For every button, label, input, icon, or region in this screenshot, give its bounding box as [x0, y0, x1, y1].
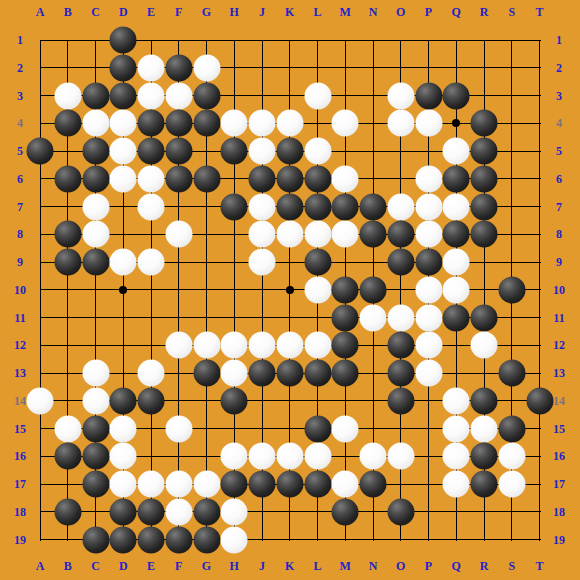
black-stone [471, 165, 498, 192]
row-label-right: 1 [556, 33, 562, 48]
white-stone [221, 332, 248, 359]
black-stone [221, 387, 248, 414]
black-stone [193, 526, 220, 553]
black-stone [138, 110, 165, 137]
white-stone [443, 276, 470, 303]
go-app-window: AABBCCDDEEFFGGHHJJKKLLMMNNOOPPQQRRSSTT11… [0, 0, 580, 580]
row-label-right: 7 [556, 199, 562, 214]
white-stone [304, 138, 331, 165]
row-label-right: 9 [556, 255, 562, 270]
black-stone [138, 526, 165, 553]
black-stone [304, 249, 331, 276]
black-stone [249, 360, 276, 387]
black-stone [110, 387, 137, 414]
white-stone [360, 304, 387, 331]
column-label-bottom: F [175, 559, 182, 574]
row-label-left: 1 [17, 33, 23, 48]
black-stone [498, 276, 525, 303]
black-stone [332, 498, 359, 525]
white-stone [82, 110, 109, 137]
white-stone [443, 443, 470, 470]
white-stone [415, 360, 442, 387]
column-label-top: M [340, 5, 351, 20]
row-label-left: 17 [14, 477, 26, 492]
row-label-right: 8 [556, 227, 562, 242]
black-stone [138, 498, 165, 525]
black-stone [193, 498, 220, 525]
white-stone [276, 332, 303, 359]
black-stone [360, 276, 387, 303]
column-label-top: O [396, 5, 405, 20]
white-stone [82, 360, 109, 387]
white-stone [304, 82, 331, 109]
white-stone [165, 82, 192, 109]
row-label-right: 6 [556, 171, 562, 186]
black-stone [276, 471, 303, 498]
black-stone [249, 165, 276, 192]
column-label-top: P [425, 5, 432, 20]
black-stone [82, 471, 109, 498]
black-stone [471, 221, 498, 248]
column-label-top: L [313, 5, 321, 20]
white-stone [221, 498, 248, 525]
black-stone [110, 54, 137, 81]
black-stone [82, 415, 109, 442]
white-stone [138, 82, 165, 109]
black-stone [471, 387, 498, 414]
row-label-right: 14 [553, 393, 565, 408]
white-stone [415, 276, 442, 303]
row-label-right: 16 [553, 449, 565, 464]
row-label-left: 9 [17, 255, 23, 270]
black-stone [387, 498, 414, 525]
white-stone [138, 193, 165, 220]
black-stone [193, 110, 220, 137]
column-label-bottom: S [508, 559, 515, 574]
black-stone [498, 415, 525, 442]
hoshi-point [119, 286, 127, 294]
column-label-bottom: Q [452, 559, 461, 574]
white-stone [110, 415, 137, 442]
black-stone [165, 110, 192, 137]
black-stone [276, 193, 303, 220]
column-label-bottom: J [259, 559, 265, 574]
black-stone [443, 221, 470, 248]
white-stone [276, 221, 303, 248]
black-stone [471, 138, 498, 165]
black-stone [360, 193, 387, 220]
column-label-top: Q [452, 5, 461, 20]
row-label-left: 16 [14, 449, 26, 464]
column-label-bottom: E [147, 559, 155, 574]
grid-line-vertical [539, 40, 540, 541]
black-stone [82, 82, 109, 109]
black-stone [138, 138, 165, 165]
black-stone [360, 471, 387, 498]
black-stone [304, 360, 331, 387]
black-stone [82, 249, 109, 276]
row-label-right: 3 [556, 88, 562, 103]
white-stone [471, 332, 498, 359]
white-stone [415, 193, 442, 220]
white-stone [332, 471, 359, 498]
white-stone [110, 443, 137, 470]
row-label-left: 15 [14, 421, 26, 436]
column-label-top: T [535, 5, 543, 20]
white-stone [304, 332, 331, 359]
white-stone [443, 387, 470, 414]
white-stone [249, 138, 276, 165]
black-stone [304, 165, 331, 192]
white-stone [387, 82, 414, 109]
black-stone [221, 193, 248, 220]
row-label-left: 7 [17, 199, 23, 214]
white-stone [138, 165, 165, 192]
row-label-left: 2 [17, 60, 23, 75]
black-stone [54, 165, 81, 192]
white-stone [54, 82, 81, 109]
black-stone [304, 471, 331, 498]
column-label-top: N [369, 5, 378, 20]
black-stone [304, 193, 331, 220]
column-label-top: D [119, 5, 128, 20]
black-stone [110, 82, 137, 109]
column-label-bottom: P [425, 559, 432, 574]
black-stone [526, 387, 553, 414]
white-stone [443, 471, 470, 498]
black-stone [276, 138, 303, 165]
black-stone [221, 138, 248, 165]
black-stone [221, 471, 248, 498]
black-stone [498, 360, 525, 387]
white-stone [193, 471, 220, 498]
row-label-left: 12 [14, 338, 26, 353]
column-label-top: R [480, 5, 489, 20]
white-stone [110, 138, 137, 165]
white-stone [360, 443, 387, 470]
white-stone [332, 165, 359, 192]
column-label-top: A [36, 5, 45, 20]
black-stone [332, 360, 359, 387]
black-stone [387, 360, 414, 387]
white-stone [249, 110, 276, 137]
black-stone [193, 360, 220, 387]
white-stone [415, 165, 442, 192]
white-stone [387, 110, 414, 137]
black-stone [471, 443, 498, 470]
row-label-right: 10 [553, 282, 565, 297]
white-stone [138, 249, 165, 276]
go-board[interactable]: AABBCCDDEEFFGGHHJJKKLLMMNNOOPPQQRRSSTT11… [0, 0, 580, 580]
column-label-bottom: T [535, 559, 543, 574]
white-stone [304, 221, 331, 248]
black-stone [276, 360, 303, 387]
black-stone [415, 82, 442, 109]
black-stone [387, 332, 414, 359]
column-label-top: C [91, 5, 100, 20]
white-stone [249, 221, 276, 248]
black-stone [110, 498, 137, 525]
white-stone [82, 221, 109, 248]
column-label-bottom: A [36, 559, 45, 574]
row-label-left: 8 [17, 227, 23, 242]
row-label-left: 14 [14, 393, 26, 408]
white-stone [443, 138, 470, 165]
column-label-top: G [202, 5, 211, 20]
white-stone [110, 249, 137, 276]
white-stone [221, 443, 248, 470]
black-stone [332, 193, 359, 220]
column-label-bottom: D [119, 559, 128, 574]
column-label-bottom: L [313, 559, 321, 574]
white-stone [138, 360, 165, 387]
column-label-bottom: G [202, 559, 211, 574]
white-stone [165, 332, 192, 359]
white-stone [82, 193, 109, 220]
black-stone [54, 498, 81, 525]
white-stone [82, 387, 109, 414]
white-stone [332, 221, 359, 248]
black-stone [54, 249, 81, 276]
hoshi-point [452, 119, 460, 127]
black-stone [165, 138, 192, 165]
black-stone [110, 27, 137, 54]
column-label-bottom: N [369, 559, 378, 574]
white-stone [165, 471, 192, 498]
row-label-right: 18 [553, 504, 565, 519]
column-label-bottom: B [64, 559, 72, 574]
black-stone [471, 471, 498, 498]
white-stone [415, 304, 442, 331]
row-label-right: 13 [553, 366, 565, 381]
black-stone [332, 332, 359, 359]
white-stone [193, 332, 220, 359]
black-stone [110, 526, 137, 553]
white-stone [498, 443, 525, 470]
black-stone [27, 138, 54, 165]
black-stone [165, 54, 192, 81]
black-stone [54, 221, 81, 248]
row-label-left: 11 [14, 310, 25, 325]
black-stone [332, 304, 359, 331]
black-stone [54, 443, 81, 470]
black-stone [471, 193, 498, 220]
hoshi-point [286, 286, 294, 294]
black-stone [165, 526, 192, 553]
row-label-right: 12 [553, 338, 565, 353]
column-label-bottom: C [91, 559, 100, 574]
white-stone [54, 415, 81, 442]
row-label-right: 19 [553, 532, 565, 547]
white-stone [276, 110, 303, 137]
black-stone [387, 387, 414, 414]
white-stone [138, 471, 165, 498]
row-label-left: 5 [17, 144, 23, 159]
column-label-top: K [285, 5, 294, 20]
row-label-left: 18 [14, 504, 26, 519]
white-stone [443, 415, 470, 442]
white-stone [110, 471, 137, 498]
white-stone [165, 221, 192, 248]
grid-line-vertical [40, 40, 41, 541]
black-stone [138, 387, 165, 414]
column-label-top: H [230, 5, 239, 20]
black-stone [443, 82, 470, 109]
row-label-left: 3 [17, 88, 23, 103]
black-stone [193, 82, 220, 109]
black-stone [54, 110, 81, 137]
white-stone [249, 332, 276, 359]
white-stone [443, 249, 470, 276]
black-stone [387, 249, 414, 276]
row-label-left: 6 [17, 171, 23, 186]
column-label-top: E [147, 5, 155, 20]
white-stone [415, 332, 442, 359]
black-stone [193, 165, 220, 192]
row-label-left: 10 [14, 282, 26, 297]
white-stone [165, 415, 192, 442]
column-label-bottom: O [396, 559, 405, 574]
white-stone [249, 193, 276, 220]
white-stone [138, 54, 165, 81]
white-stone [443, 193, 470, 220]
black-stone [276, 165, 303, 192]
white-stone [193, 54, 220, 81]
column-label-top: J [259, 5, 265, 20]
white-stone [415, 110, 442, 137]
row-label-right: 2 [556, 60, 562, 75]
column-label-top: F [175, 5, 182, 20]
white-stone [221, 526, 248, 553]
row-label-right: 17 [553, 477, 565, 492]
black-stone [304, 415, 331, 442]
white-stone [110, 165, 137, 192]
column-label-bottom: K [285, 559, 294, 574]
black-stone [332, 276, 359, 303]
black-stone [360, 221, 387, 248]
white-stone [249, 249, 276, 276]
row-label-right: 4 [556, 116, 562, 131]
white-stone [304, 443, 331, 470]
black-stone [443, 304, 470, 331]
row-label-right: 5 [556, 144, 562, 159]
black-stone [471, 304, 498, 331]
white-stone [471, 415, 498, 442]
column-label-top: S [508, 5, 515, 20]
black-stone [471, 110, 498, 137]
black-stone [249, 471, 276, 498]
white-stone [221, 110, 248, 137]
white-stone [249, 443, 276, 470]
row-label-left: 4 [17, 116, 23, 131]
column-label-bottom: H [230, 559, 239, 574]
white-stone [415, 221, 442, 248]
white-stone [110, 110, 137, 137]
white-stone [332, 110, 359, 137]
white-stone [304, 276, 331, 303]
white-stone [498, 471, 525, 498]
black-stone [443, 165, 470, 192]
row-label-left: 19 [14, 532, 26, 547]
column-label-top: B [64, 5, 72, 20]
row-label-left: 13 [14, 366, 26, 381]
column-label-bottom: R [480, 559, 489, 574]
white-stone [276, 443, 303, 470]
white-stone [387, 304, 414, 331]
white-stone [387, 443, 414, 470]
row-label-right: 15 [553, 421, 565, 436]
row-label-right: 11 [553, 310, 564, 325]
black-stone [82, 138, 109, 165]
white-stone [332, 415, 359, 442]
black-stone [82, 165, 109, 192]
column-label-bottom: M [340, 559, 351, 574]
black-stone [165, 165, 192, 192]
black-stone [387, 221, 414, 248]
black-stone [82, 443, 109, 470]
white-stone [165, 498, 192, 525]
black-stone [82, 526, 109, 553]
black-stone [415, 249, 442, 276]
white-stone [27, 387, 54, 414]
white-stone [387, 193, 414, 220]
white-stone [221, 360, 248, 387]
